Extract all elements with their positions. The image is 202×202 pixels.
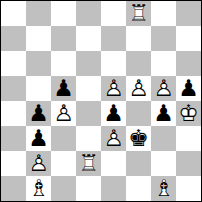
square-g6[interactable] xyxy=(151,51,176,76)
square-f6[interactable] xyxy=(126,51,151,76)
square-g4[interactable]: ♟ xyxy=(151,101,176,126)
square-g7[interactable] xyxy=(151,26,176,51)
black-pawn-icon: ♟ xyxy=(53,77,74,100)
square-f2[interactable] xyxy=(126,151,151,176)
square-b2[interactable]: ♟♙ xyxy=(26,151,51,176)
square-a5[interactable] xyxy=(1,76,26,101)
square-f1[interactable] xyxy=(126,176,151,201)
piece-white-bishop: ♝♗ xyxy=(26,176,51,201)
square-g1[interactable]: ♝♗ xyxy=(151,176,176,201)
square-a1[interactable] xyxy=(1,176,26,201)
square-g2[interactable] xyxy=(151,151,176,176)
square-e7[interactable] xyxy=(101,26,126,51)
square-f7[interactable] xyxy=(126,26,151,51)
square-f5[interactable]: ♟♙ xyxy=(126,76,151,101)
square-h1[interactable] xyxy=(176,176,201,201)
square-h7[interactable] xyxy=(176,26,201,51)
square-c1[interactable] xyxy=(51,176,76,201)
square-f4[interactable] xyxy=(126,101,151,126)
square-b1[interactable]: ♝♗ xyxy=(26,176,51,201)
square-h4[interactable]: ♚♔ xyxy=(176,101,201,126)
square-d6[interactable] xyxy=(76,51,101,76)
white-pawn-icon: ♙ xyxy=(128,77,149,100)
square-e3[interactable]: ♟♙ xyxy=(101,126,126,151)
square-d2[interactable]: ♜♖ xyxy=(76,151,101,176)
square-a7[interactable] xyxy=(1,26,26,51)
white-rook-icon: ♖ xyxy=(128,2,149,25)
square-g5[interactable]: ♟♙ xyxy=(151,76,176,101)
square-d7[interactable] xyxy=(76,26,101,51)
chess-board: ♜♖♟♟♙♟♙♟♙♟♟♟♙♟♟♚♔♟♟♙♚♟♙♜♖♝♗♝♗ xyxy=(1,1,201,201)
white-rook-icon: ♖ xyxy=(78,152,99,175)
white-pawn-icon: ♙ xyxy=(103,77,124,100)
square-c7[interactable] xyxy=(51,26,76,51)
white-bishop-icon: ♗ xyxy=(28,177,49,200)
square-e4[interactable]: ♟ xyxy=(101,101,126,126)
square-d5[interactable] xyxy=(76,76,101,101)
square-c4[interactable]: ♟♙ xyxy=(51,101,76,126)
square-c6[interactable] xyxy=(51,51,76,76)
piece-black-king: ♚ xyxy=(126,126,151,151)
square-f8[interactable]: ♜♖ xyxy=(126,1,151,26)
piece-white-pawn: ♟♙ xyxy=(26,151,51,176)
square-g3[interactable] xyxy=(151,126,176,151)
piece-white-king: ♚♔ xyxy=(176,101,201,126)
square-c3[interactable] xyxy=(51,126,76,151)
square-a2[interactable] xyxy=(1,151,26,176)
square-g8[interactable] xyxy=(151,1,176,26)
piece-white-pawn: ♟♙ xyxy=(126,76,151,101)
square-a6[interactable] xyxy=(1,51,26,76)
square-d3[interactable] xyxy=(76,126,101,151)
square-e5[interactable]: ♟♙ xyxy=(101,76,126,101)
white-king-icon: ♔ xyxy=(178,102,199,125)
white-pawn-icon: ♙ xyxy=(103,127,124,150)
piece-black-pawn: ♟ xyxy=(26,126,51,151)
square-d8[interactable] xyxy=(76,1,101,26)
square-f3[interactable]: ♚ xyxy=(126,126,151,151)
piece-black-pawn: ♟ xyxy=(151,101,176,126)
black-pawn-icon: ♟ xyxy=(178,77,199,100)
square-h3[interactable] xyxy=(176,126,201,151)
square-d4[interactable] xyxy=(76,101,101,126)
piece-white-bishop: ♝♗ xyxy=(151,176,176,201)
piece-white-rook: ♜♖ xyxy=(76,151,101,176)
square-h2[interactable] xyxy=(176,151,201,176)
square-b8[interactable] xyxy=(26,1,51,26)
square-a3[interactable] xyxy=(1,126,26,151)
black-king-icon: ♚ xyxy=(128,127,149,150)
square-c2[interactable] xyxy=(51,151,76,176)
piece-white-pawn: ♟♙ xyxy=(101,126,126,151)
square-b6[interactable] xyxy=(26,51,51,76)
black-pawn-icon: ♟ xyxy=(153,102,174,125)
piece-white-pawn: ♟♙ xyxy=(101,76,126,101)
white-pawn-icon: ♙ xyxy=(153,77,174,100)
white-pawn-icon: ♙ xyxy=(53,102,74,125)
square-h8[interactable] xyxy=(176,1,201,26)
square-h6[interactable] xyxy=(176,51,201,76)
piece-white-rook: ♜♖ xyxy=(126,1,151,26)
piece-black-pawn: ♟ xyxy=(26,101,51,126)
square-c5[interactable]: ♟ xyxy=(51,76,76,101)
piece-black-pawn: ♟ xyxy=(101,101,126,126)
square-c8[interactable] xyxy=(51,1,76,26)
square-b4[interactable]: ♟ xyxy=(26,101,51,126)
square-e2[interactable] xyxy=(101,151,126,176)
square-h5[interactable]: ♟ xyxy=(176,76,201,101)
piece-black-pawn: ♟ xyxy=(176,76,201,101)
square-a8[interactable] xyxy=(1,1,26,26)
black-pawn-icon: ♟ xyxy=(28,102,49,125)
black-pawn-icon: ♟ xyxy=(103,102,124,125)
square-e8[interactable] xyxy=(101,1,126,26)
piece-black-pawn: ♟ xyxy=(51,76,76,101)
square-b7[interactable] xyxy=(26,26,51,51)
square-b3[interactable]: ♟ xyxy=(26,126,51,151)
square-d1[interactable] xyxy=(76,176,101,201)
black-pawn-icon: ♟ xyxy=(28,127,49,150)
white-pawn-icon: ♙ xyxy=(28,152,49,175)
square-b5[interactable] xyxy=(26,76,51,101)
square-e6[interactable] xyxy=(101,51,126,76)
white-bishop-icon: ♗ xyxy=(153,177,174,200)
square-a4[interactable] xyxy=(1,101,26,126)
square-e1[interactable] xyxy=(101,176,126,201)
chess-board-frame: ♜♖♟♟♙♟♙♟♙♟♟♟♙♟♟♚♔♟♟♙♚♟♙♜♖♝♗♝♗ xyxy=(0,0,202,202)
piece-white-pawn: ♟♙ xyxy=(151,76,176,101)
piece-white-pawn: ♟♙ xyxy=(51,101,76,126)
